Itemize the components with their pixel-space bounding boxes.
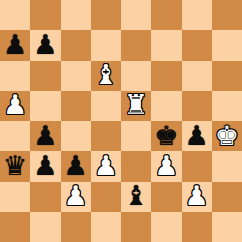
black-bishop[interactable]: ♝ [124,182,148,209]
white-pawn[interactable]: ♟ [185,182,209,209]
square-f7[interactable] [151,30,181,60]
square-a8[interactable] [0,0,30,30]
square-f4[interactable]: ♚ [151,121,181,151]
square-a4[interactable] [0,121,30,151]
black-pawn[interactable]: ♟ [64,152,88,179]
square-e2[interactable]: ♝ [121,182,151,212]
square-d7[interactable] [91,30,121,60]
square-f1[interactable] [151,212,181,242]
square-c5[interactable] [61,91,91,121]
square-g6[interactable] [182,61,212,91]
square-h2[interactable] [212,182,242,212]
black-pawn[interactable]: ♟ [33,152,57,179]
square-h3[interactable] [212,151,242,181]
square-g2[interactable]: ♟ [182,182,212,212]
square-c8[interactable] [61,0,91,30]
square-b4[interactable]: ♟ [30,121,60,151]
square-h7[interactable] [212,30,242,60]
white-pawn[interactable]: ♟ [94,152,118,179]
square-b8[interactable] [30,0,60,30]
white-bishop[interactable]: ♝ [94,61,118,88]
square-e6[interactable] [121,61,151,91]
square-a1[interactable] [0,212,30,242]
square-d6[interactable]: ♝ [91,61,121,91]
square-e1[interactable] [121,212,151,242]
square-b3[interactable]: ♟ [30,151,60,181]
square-e5[interactable]: ♜ [121,91,151,121]
square-b6[interactable] [30,61,60,91]
chess-board: ♟♟♝♟♜♟♚♟♚♛♟♟♟♟♟♝♟ [0,0,242,242]
square-a2[interactable] [0,182,30,212]
square-e4[interactable] [121,121,151,151]
square-d2[interactable] [91,182,121,212]
black-pawn[interactable]: ♟ [185,122,209,149]
black-pawn[interactable]: ♟ [33,31,57,58]
square-d1[interactable] [91,212,121,242]
square-e3[interactable] [121,151,151,181]
square-a3[interactable]: ♛ [0,151,30,181]
square-b7[interactable]: ♟ [30,30,60,60]
square-g3[interactable] [182,151,212,181]
square-c7[interactable] [61,30,91,60]
square-f5[interactable] [151,91,181,121]
square-h6[interactable] [212,61,242,91]
white-pawn[interactable]: ♟ [3,91,27,118]
square-d5[interactable] [91,91,121,121]
square-a7[interactable]: ♟ [0,30,30,60]
square-h4[interactable]: ♚ [212,121,242,151]
square-f8[interactable] [151,0,181,30]
white-rook[interactable]: ♜ [124,91,148,118]
square-d3[interactable]: ♟ [91,151,121,181]
white-pawn[interactable]: ♟ [64,182,88,209]
square-b2[interactable] [30,182,60,212]
square-g8[interactable] [182,0,212,30]
square-d4[interactable] [91,121,121,151]
square-c4[interactable] [61,121,91,151]
square-b5[interactable] [30,91,60,121]
square-c2[interactable]: ♟ [61,182,91,212]
white-king[interactable]: ♚ [215,122,239,149]
square-b1[interactable] [30,212,60,242]
square-h1[interactable] [212,212,242,242]
square-d8[interactable] [91,0,121,30]
square-g1[interactable] [182,212,212,242]
square-g7[interactable] [182,30,212,60]
square-f6[interactable] [151,61,181,91]
square-a6[interactable] [0,61,30,91]
white-pawn[interactable]: ♟ [154,152,178,179]
square-c3[interactable]: ♟ [61,151,91,181]
black-king[interactable]: ♚ [154,122,178,149]
square-c1[interactable] [61,212,91,242]
square-h8[interactable] [212,0,242,30]
square-a5[interactable]: ♟ [0,91,30,121]
square-g4[interactable]: ♟ [182,121,212,151]
black-pawn[interactable]: ♟ [33,122,57,149]
square-h5[interactable] [212,91,242,121]
square-e7[interactable] [121,30,151,60]
black-queen[interactable]: ♛ [3,152,27,179]
square-f2[interactable] [151,182,181,212]
black-pawn[interactable]: ♟ [3,31,27,58]
square-c6[interactable] [61,61,91,91]
square-f3[interactable]: ♟ [151,151,181,181]
square-e8[interactable] [121,0,151,30]
square-g5[interactable] [182,91,212,121]
